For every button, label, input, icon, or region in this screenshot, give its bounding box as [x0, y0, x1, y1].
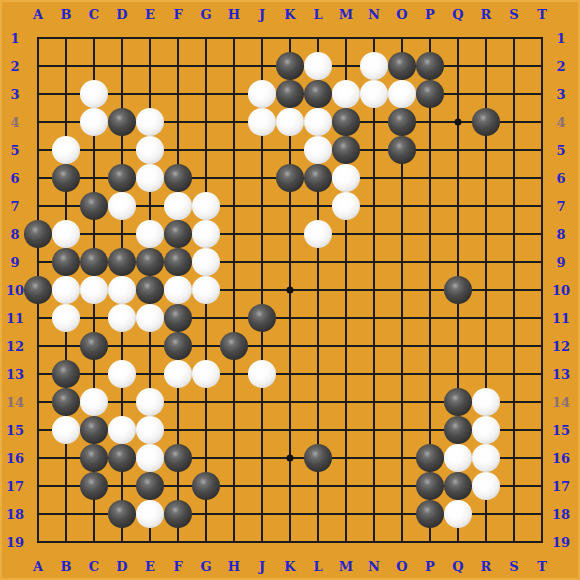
stone-white-E5[interactable]: [136, 136, 164, 164]
row-label-left-11: 11: [6, 311, 24, 326]
stone-black-H12[interactable]: [220, 332, 248, 360]
col-label-top-B: B: [61, 7, 72, 22]
stone-white-O3[interactable]: [388, 80, 416, 108]
stone-white-F13[interactable]: [164, 360, 192, 388]
stone-white-G13[interactable]: [192, 360, 220, 388]
col-label-top-C: C: [89, 7, 99, 22]
col-label-bottom-Q: Q: [452, 559, 463, 574]
col-label-top-L: L: [313, 7, 322, 22]
stone-black-C7[interactable]: [80, 192, 108, 220]
row-label-right-13: 13: [552, 367, 570, 382]
stone-white-K4[interactable]: [276, 108, 304, 136]
col-label-top-J: J: [259, 7, 265, 22]
stone-black-D18[interactable]: [108, 500, 136, 528]
stone-black-E17[interactable]: [136, 472, 164, 500]
stone-white-M3[interactable]: [332, 80, 360, 108]
row-label-left-5: 5: [10, 143, 19, 158]
row-label-right-5: 5: [556, 143, 565, 158]
stone-black-B13[interactable]: [52, 360, 80, 388]
stone-black-J11[interactable]: [248, 304, 276, 332]
row-label-left-18: 18: [6, 507, 24, 522]
stone-white-G9[interactable]: [192, 248, 220, 276]
stone-black-E9[interactable]: [136, 248, 164, 276]
stone-black-F18[interactable]: [164, 500, 192, 528]
stone-black-L3[interactable]: [304, 80, 332, 108]
col-label-top-E: E: [145, 7, 155, 22]
col-label-bottom-P: P: [425, 559, 435, 574]
row-label-right-1: 1: [556, 31, 565, 46]
star-point: [287, 287, 294, 294]
row-label-right-6: 6: [556, 171, 565, 186]
stone-white-Q18[interactable]: [444, 500, 472, 528]
row-label-left-3: 3: [10, 87, 19, 102]
stone-white-D7[interactable]: [108, 192, 136, 220]
stone-white-E15[interactable]: [136, 416, 164, 444]
stone-black-F11[interactable]: [164, 304, 192, 332]
row-label-left-12: 12: [6, 339, 24, 354]
stone-black-F12[interactable]: [164, 332, 192, 360]
row-label-left-6: 6: [10, 171, 19, 186]
stone-black-L6[interactable]: [304, 164, 332, 192]
col-label-bottom-N: N: [368, 559, 380, 574]
col-label-bottom-E: E: [145, 559, 155, 574]
col-label-top-A: A: [33, 7, 43, 22]
col-label-bottom-B: B: [61, 559, 72, 574]
stone-white-J13[interactable]: [248, 360, 276, 388]
stone-white-F7[interactable]: [164, 192, 192, 220]
col-label-top-M: M: [339, 7, 353, 22]
stone-black-D16[interactable]: [108, 444, 136, 472]
stone-white-Q16[interactable]: [444, 444, 472, 472]
row-label-left-1: 1: [10, 31, 19, 46]
row-label-right-12: 12: [552, 339, 570, 354]
stone-white-M6[interactable]: [332, 164, 360, 192]
stone-black-O2[interactable]: [388, 52, 416, 80]
stone-white-J3[interactable]: [248, 80, 276, 108]
stone-black-B9[interactable]: [52, 248, 80, 276]
stone-white-R14[interactable]: [472, 388, 500, 416]
stone-black-D4[interactable]: [108, 108, 136, 136]
stone-black-Q10[interactable]: [444, 276, 472, 304]
stone-black-B6[interactable]: [52, 164, 80, 192]
col-label-bottom-F: F: [173, 559, 182, 574]
col-label-bottom-A: A: [33, 559, 43, 574]
col-label-top-R: R: [481, 7, 492, 22]
grid-line: [373, 37, 375, 543]
stone-black-C9[interactable]: [80, 248, 108, 276]
stone-white-G8[interactable]: [192, 220, 220, 248]
stone-white-L8[interactable]: [304, 220, 332, 248]
col-label-bottom-H: H: [228, 559, 240, 574]
row-label-left-2: 2: [10, 59, 19, 74]
stone-white-E18[interactable]: [136, 500, 164, 528]
row-label-right-7: 7: [556, 199, 565, 214]
col-label-bottom-T: T: [537, 559, 547, 574]
stone-white-E8[interactable]: [136, 220, 164, 248]
stone-black-G17[interactable]: [192, 472, 220, 500]
row-label-right-11: 11: [552, 311, 570, 326]
stone-white-R17[interactable]: [472, 472, 500, 500]
stone-black-O4[interactable]: [388, 108, 416, 136]
stone-black-F6[interactable]: [164, 164, 192, 192]
stone-white-C14[interactable]: [80, 388, 108, 416]
row-label-right-16: 16: [552, 451, 570, 466]
stone-white-R16[interactable]: [472, 444, 500, 472]
stone-black-L16[interactable]: [304, 444, 332, 472]
stone-white-E16[interactable]: [136, 444, 164, 472]
row-label-right-15: 15: [552, 423, 570, 438]
row-label-left-13: 13: [6, 367, 24, 382]
row-label-right-3: 3: [556, 87, 565, 102]
row-label-right-18: 18: [552, 507, 570, 522]
col-label-bottom-K: K: [284, 559, 295, 574]
col-label-top-Q: Q: [452, 7, 463, 22]
col-label-top-D: D: [116, 7, 127, 22]
stone-black-M5[interactable]: [332, 136, 360, 164]
row-label-left-7: 7: [10, 199, 19, 214]
row-label-right-9: 9: [556, 255, 565, 270]
col-label-top-G: G: [200, 7, 211, 22]
row-label-right-10: 10: [552, 283, 570, 298]
stone-white-L2[interactable]: [304, 52, 332, 80]
stone-black-F8[interactable]: [164, 220, 192, 248]
stone-white-B8[interactable]: [52, 220, 80, 248]
stone-black-P18[interactable]: [416, 500, 444, 528]
grid-line: [541, 37, 543, 543]
row-label-right-14: 14: [552, 395, 570, 410]
stone-white-B15[interactable]: [52, 416, 80, 444]
go-board-app: AABBCCDDEEFFGGHHJJKKLLMMNNOOPPQQRRSSTT11…: [0, 0, 580, 580]
col-label-bottom-D: D: [116, 559, 127, 574]
col-label-top-T: T: [537, 7, 547, 22]
star-point: [455, 119, 462, 126]
row-label-right-8: 8: [556, 227, 565, 242]
stone-black-Q14[interactable]: [444, 388, 472, 416]
stone-white-L5[interactable]: [304, 136, 332, 164]
stone-black-K3[interactable]: [276, 80, 304, 108]
col-label-bottom-M: M: [339, 559, 353, 574]
stone-white-B5[interactable]: [52, 136, 80, 164]
row-label-left-15: 15: [6, 423, 24, 438]
col-label-bottom-L: L: [313, 559, 322, 574]
row-label-left-8: 8: [10, 227, 19, 242]
col-label-top-K: K: [284, 7, 295, 22]
stone-black-P16[interactable]: [416, 444, 444, 472]
stone-black-F9[interactable]: [164, 248, 192, 276]
stone-white-C4[interactable]: [80, 108, 108, 136]
stone-black-A8[interactable]: [24, 220, 52, 248]
stone-white-D10[interactable]: [108, 276, 136, 304]
col-label-top-O: O: [396, 7, 407, 22]
stone-white-B11[interactable]: [52, 304, 80, 332]
stone-black-P2[interactable]: [416, 52, 444, 80]
stone-white-C10[interactable]: [80, 276, 108, 304]
col-label-bottom-S: S: [509, 559, 518, 574]
stone-white-J4[interactable]: [248, 108, 276, 136]
col-label-top-P: P: [425, 7, 435, 22]
col-label-bottom-C: C: [89, 559, 99, 574]
grid-line: [513, 37, 515, 543]
stone-white-D11[interactable]: [108, 304, 136, 332]
col-label-bottom-O: O: [396, 559, 407, 574]
stone-white-E14[interactable]: [136, 388, 164, 416]
stone-black-C17[interactable]: [80, 472, 108, 500]
row-label-right-17: 17: [552, 479, 570, 494]
stone-white-R15[interactable]: [472, 416, 500, 444]
row-label-left-19: 19: [6, 535, 24, 550]
stone-white-F10[interactable]: [164, 276, 192, 304]
row-label-left-10: 10: [6, 283, 24, 298]
row-label-left-4: 4: [10, 115, 19, 130]
row-label-right-4: 4: [556, 115, 565, 130]
stone-black-C16[interactable]: [80, 444, 108, 472]
stone-black-M4[interactable]: [332, 108, 360, 136]
stone-white-D15[interactable]: [108, 416, 136, 444]
stone-white-M7[interactable]: [332, 192, 360, 220]
stone-black-B14[interactable]: [52, 388, 80, 416]
row-label-left-14: 14: [6, 395, 24, 410]
col-label-bottom-R: R: [481, 559, 492, 574]
stone-black-D6[interactable]: [108, 164, 136, 192]
stone-white-C3[interactable]: [80, 80, 108, 108]
star-point: [287, 455, 294, 462]
grid-line: [37, 541, 543, 543]
stone-black-K2[interactable]: [276, 52, 304, 80]
stone-black-P17[interactable]: [416, 472, 444, 500]
stone-black-Q15[interactable]: [444, 416, 472, 444]
stone-black-R4[interactable]: [472, 108, 500, 136]
col-label-top-H: H: [228, 7, 240, 22]
col-label-bottom-G: G: [200, 559, 211, 574]
stone-black-E10[interactable]: [136, 276, 164, 304]
stone-white-N3[interactable]: [360, 80, 388, 108]
row-label-left-16: 16: [6, 451, 24, 466]
col-label-top-F: F: [173, 7, 182, 22]
stone-white-G10[interactable]: [192, 276, 220, 304]
stone-black-P3[interactable]: [416, 80, 444, 108]
stone-white-N2[interactable]: [360, 52, 388, 80]
row-label-right-19: 19: [552, 535, 570, 550]
stone-black-Q17[interactable]: [444, 472, 472, 500]
stone-black-D9[interactable]: [108, 248, 136, 276]
stone-black-C12[interactable]: [80, 332, 108, 360]
stone-black-O5[interactable]: [388, 136, 416, 164]
stone-white-D13[interactable]: [108, 360, 136, 388]
grid-line: [37, 345, 543, 347]
row-label-right-2: 2: [556, 59, 565, 74]
col-label-bottom-J: J: [259, 559, 265, 574]
stone-white-E11[interactable]: [136, 304, 164, 332]
col-label-top-N: N: [368, 7, 380, 22]
stone-black-K6[interactable]: [276, 164, 304, 192]
stone-white-E6[interactable]: [136, 164, 164, 192]
stone-white-L4[interactable]: [304, 108, 332, 136]
stone-white-B10[interactable]: [52, 276, 80, 304]
stone-black-C15[interactable]: [80, 416, 108, 444]
row-label-left-17: 17: [6, 479, 24, 494]
stone-white-G7[interactable]: [192, 192, 220, 220]
stone-black-F16[interactable]: [164, 444, 192, 472]
row-label-left-9: 9: [10, 255, 19, 270]
go-board[interactable]: AABBCCDDEEFFGGHHJJKKLLMMNNOOPPQQRRSSTT11…: [0, 0, 580, 580]
stone-white-E4[interactable]: [136, 108, 164, 136]
stone-black-A10[interactable]: [24, 276, 52, 304]
col-label-top-S: S: [509, 7, 518, 22]
